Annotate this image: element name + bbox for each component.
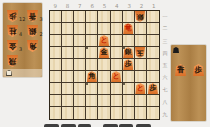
shogi-piece-歩[interactable]: 歩 xyxy=(148,83,158,94)
file-label: 4 xyxy=(111,2,123,10)
star-point xyxy=(86,47,88,49)
board-cell[interactable]: と xyxy=(111,71,123,83)
board-cell[interactable] xyxy=(86,47,98,59)
board-cell[interactable] xyxy=(62,23,74,35)
toolbar-button[interactable] xyxy=(44,124,59,127)
file-label: 9 xyxy=(49,2,61,10)
board-cell[interactable] xyxy=(98,83,110,95)
board-cell[interactable] xyxy=(74,83,86,95)
hand-slot: 歩12 xyxy=(7,9,25,22)
board-cell[interactable] xyxy=(135,59,147,71)
file-label: 5 xyxy=(98,2,110,10)
board-cell[interactable] xyxy=(123,71,135,83)
hand-slot: 飛 xyxy=(7,54,25,67)
shogi-piece-と[interactable]: と xyxy=(135,83,145,94)
board-cell[interactable] xyxy=(62,47,74,59)
board-cell[interactable] xyxy=(62,11,74,23)
board-cell[interactable] xyxy=(62,83,74,95)
board-cell[interactable]: 銀 xyxy=(123,47,135,59)
board-cell[interactable] xyxy=(147,23,159,35)
board-cell[interactable] xyxy=(50,35,62,47)
board-cell[interactable] xyxy=(50,95,62,107)
board-cell[interactable] xyxy=(98,11,110,23)
board-cell[interactable] xyxy=(74,71,86,83)
board-cell[interactable] xyxy=(74,11,86,23)
rank-label: 三 xyxy=(161,34,169,46)
board-cell[interactable] xyxy=(147,71,159,83)
board-cell[interactable] xyxy=(135,107,147,119)
hand-count: 3 xyxy=(39,16,42,22)
board-cell[interactable] xyxy=(123,35,135,47)
board-cell[interactable] xyxy=(123,107,135,119)
rank-label: 七 xyxy=(161,83,169,95)
sente-hand-tray: 香歩 xyxy=(170,44,207,122)
star-point xyxy=(123,47,125,49)
gote-mark-icon xyxy=(6,70,12,76)
hand-slot: 角 xyxy=(27,39,42,52)
board-cell[interactable] xyxy=(111,95,123,107)
board-cell[interactable] xyxy=(62,35,74,47)
board-cell[interactable] xyxy=(86,95,98,107)
board-cell[interactable] xyxy=(86,83,98,95)
file-label: 7 xyxy=(74,2,86,10)
shogi-piece-歩[interactable]: 歩 xyxy=(123,59,133,70)
file-coordinate-labels: 987654321 xyxy=(49,2,160,10)
board-cell[interactable] xyxy=(147,95,159,107)
shogi-piece-銀[interactable]: 銀 xyxy=(27,25,38,37)
toolbar-button[interactable] xyxy=(61,124,76,127)
board-cell[interactable] xyxy=(62,59,74,71)
board-cell[interactable] xyxy=(74,47,86,59)
board-cell[interactable] xyxy=(74,23,86,35)
board-cell[interactable] xyxy=(147,59,159,71)
board-cell[interactable] xyxy=(50,23,62,35)
board-cell[interactable] xyxy=(86,11,98,23)
hand-slot: 銀2 xyxy=(27,24,42,37)
board-cell[interactable] xyxy=(135,23,147,35)
board-cell[interactable] xyxy=(135,35,147,47)
board-cell[interactable] xyxy=(50,59,62,71)
gote-tray-footer xyxy=(3,69,42,77)
board-cell[interactable] xyxy=(50,83,62,95)
board-cell[interactable] xyxy=(123,11,135,23)
board-cell[interactable] xyxy=(111,11,123,23)
board-cell[interactable]: と xyxy=(98,35,110,47)
rank-label: 四 xyxy=(161,47,169,59)
sente-mark-icon xyxy=(173,47,179,53)
shogi-piece-と[interactable]: と xyxy=(99,35,109,46)
shogi-piece-歩[interactable]: 歩 xyxy=(193,64,204,76)
board-cell[interactable]: と xyxy=(135,83,147,95)
shogi-piece-角[interactable]: 角 xyxy=(87,71,97,82)
toolbar-button[interactable] xyxy=(119,124,133,127)
board-cell[interactable] xyxy=(147,11,159,23)
shogi-board: 銀竜と金銀玉歩角とと歩 xyxy=(49,10,160,120)
rank-label: 八 xyxy=(161,96,169,108)
board-cell[interactable] xyxy=(74,107,86,119)
hand-count: 4 xyxy=(19,31,22,37)
rank-label: 九 xyxy=(161,108,169,120)
file-label: 2 xyxy=(135,2,147,10)
gote-hand-tray: 歩12香3桂4銀2金3角飛 xyxy=(2,2,43,78)
board-cell[interactable]: 金 xyxy=(98,47,110,59)
shogi-piece-角[interactable]: 角 xyxy=(27,40,38,52)
shogi-piece-銀[interactable]: 銀 xyxy=(123,47,133,58)
board-cell[interactable]: 角 xyxy=(86,71,98,83)
file-label: 3 xyxy=(123,2,135,10)
shogi-piece-竜[interactable]: 竜 xyxy=(123,23,133,34)
board-cell[interactable] xyxy=(135,71,147,83)
board-cell[interactable] xyxy=(123,95,135,107)
shogi-piece-桂[interactable]: 桂 xyxy=(7,25,18,37)
toolbar-button[interactable] xyxy=(136,124,151,127)
board-cell[interactable] xyxy=(98,95,110,107)
toolbar-button[interactable] xyxy=(103,124,118,127)
board-cell[interactable]: 歩 xyxy=(147,83,159,95)
hand-slot: 桂4 xyxy=(7,24,25,37)
board-cell[interactable] xyxy=(111,83,123,95)
star-point xyxy=(123,83,125,85)
hand-count: 12 xyxy=(19,16,25,22)
sente-hand-pieces: 香歩 xyxy=(175,63,204,76)
board-cell[interactable]: 竜 xyxy=(123,23,135,35)
board-cell[interactable] xyxy=(50,11,62,23)
board-cell[interactable] xyxy=(50,107,62,119)
board-cell[interactable] xyxy=(147,47,159,59)
hand-count: 3 xyxy=(19,46,22,52)
shogi-piece-玉[interactable]: 玉 xyxy=(135,47,145,58)
board-cell[interactable]: 歩 xyxy=(123,59,135,71)
rank-label: 六 xyxy=(161,71,169,83)
shogi-piece-飛[interactable]: 飛 xyxy=(7,55,18,67)
hand-slot: 歩 xyxy=(193,63,204,76)
rank-coordinate-labels: 一二三四五六七八九 xyxy=(161,10,169,120)
file-label: 1 xyxy=(148,2,160,10)
board-cell[interactable] xyxy=(86,35,98,47)
board-cell[interactable] xyxy=(86,23,98,35)
board-cell[interactable] xyxy=(147,107,159,119)
shogi-piece-香[interactable]: 香 xyxy=(175,64,186,76)
file-label: 8 xyxy=(61,2,73,10)
shogi-piece-金[interactable]: 金 xyxy=(99,47,109,58)
hand-slot: 香 xyxy=(175,63,186,76)
star-point xyxy=(86,83,88,85)
board-cell[interactable] xyxy=(86,107,98,119)
board-cell[interactable] xyxy=(111,59,123,71)
board-cell[interactable] xyxy=(74,35,86,47)
rank-label: 五 xyxy=(161,59,169,71)
board-cell[interactable] xyxy=(62,71,74,83)
board-cell[interactable] xyxy=(111,47,123,59)
board-cell[interactable]: 銀 xyxy=(135,11,147,23)
board-cell[interactable] xyxy=(86,59,98,71)
shogi-piece-歩[interactable]: 歩 xyxy=(7,10,18,22)
shogi-piece-金[interactable]: 金 xyxy=(7,40,18,52)
board-cell[interactable] xyxy=(62,107,74,119)
rank-label: 一 xyxy=(161,10,169,22)
board-cell[interactable] xyxy=(74,95,86,107)
hand-slot: 香3 xyxy=(27,9,42,22)
shogi-piece-銀[interactable]: 銀 xyxy=(135,11,145,22)
gote-hand-pieces: 歩12香3桂4銀2金3角飛 xyxy=(7,9,41,67)
board-cell[interactable] xyxy=(111,35,123,47)
board-cell[interactable]: 玉 xyxy=(135,47,147,59)
file-label: 6 xyxy=(86,2,98,10)
toolbar-button[interactable] xyxy=(78,124,91,127)
shogi-piece-と[interactable]: と xyxy=(111,71,121,82)
board-cell[interactable] xyxy=(147,35,159,47)
hand-count: 2 xyxy=(39,31,42,37)
board-cell[interactable] xyxy=(50,47,62,59)
board-cell[interactable] xyxy=(98,107,110,119)
rank-label: 二 xyxy=(161,22,169,34)
board-cell[interactable] xyxy=(74,59,86,71)
board-cell[interactable] xyxy=(111,107,123,119)
board-cell[interactable] xyxy=(98,23,110,35)
board-cell[interactable] xyxy=(50,71,62,83)
board-cell[interactable] xyxy=(135,95,147,107)
board-cell[interactable] xyxy=(111,23,123,35)
hand-slot: 金3 xyxy=(7,39,25,52)
board-cell[interactable] xyxy=(98,71,110,83)
board-cell[interactable] xyxy=(62,95,74,107)
shogi-piece-香[interactable]: 香 xyxy=(27,10,38,22)
board-cell[interactable] xyxy=(98,59,110,71)
